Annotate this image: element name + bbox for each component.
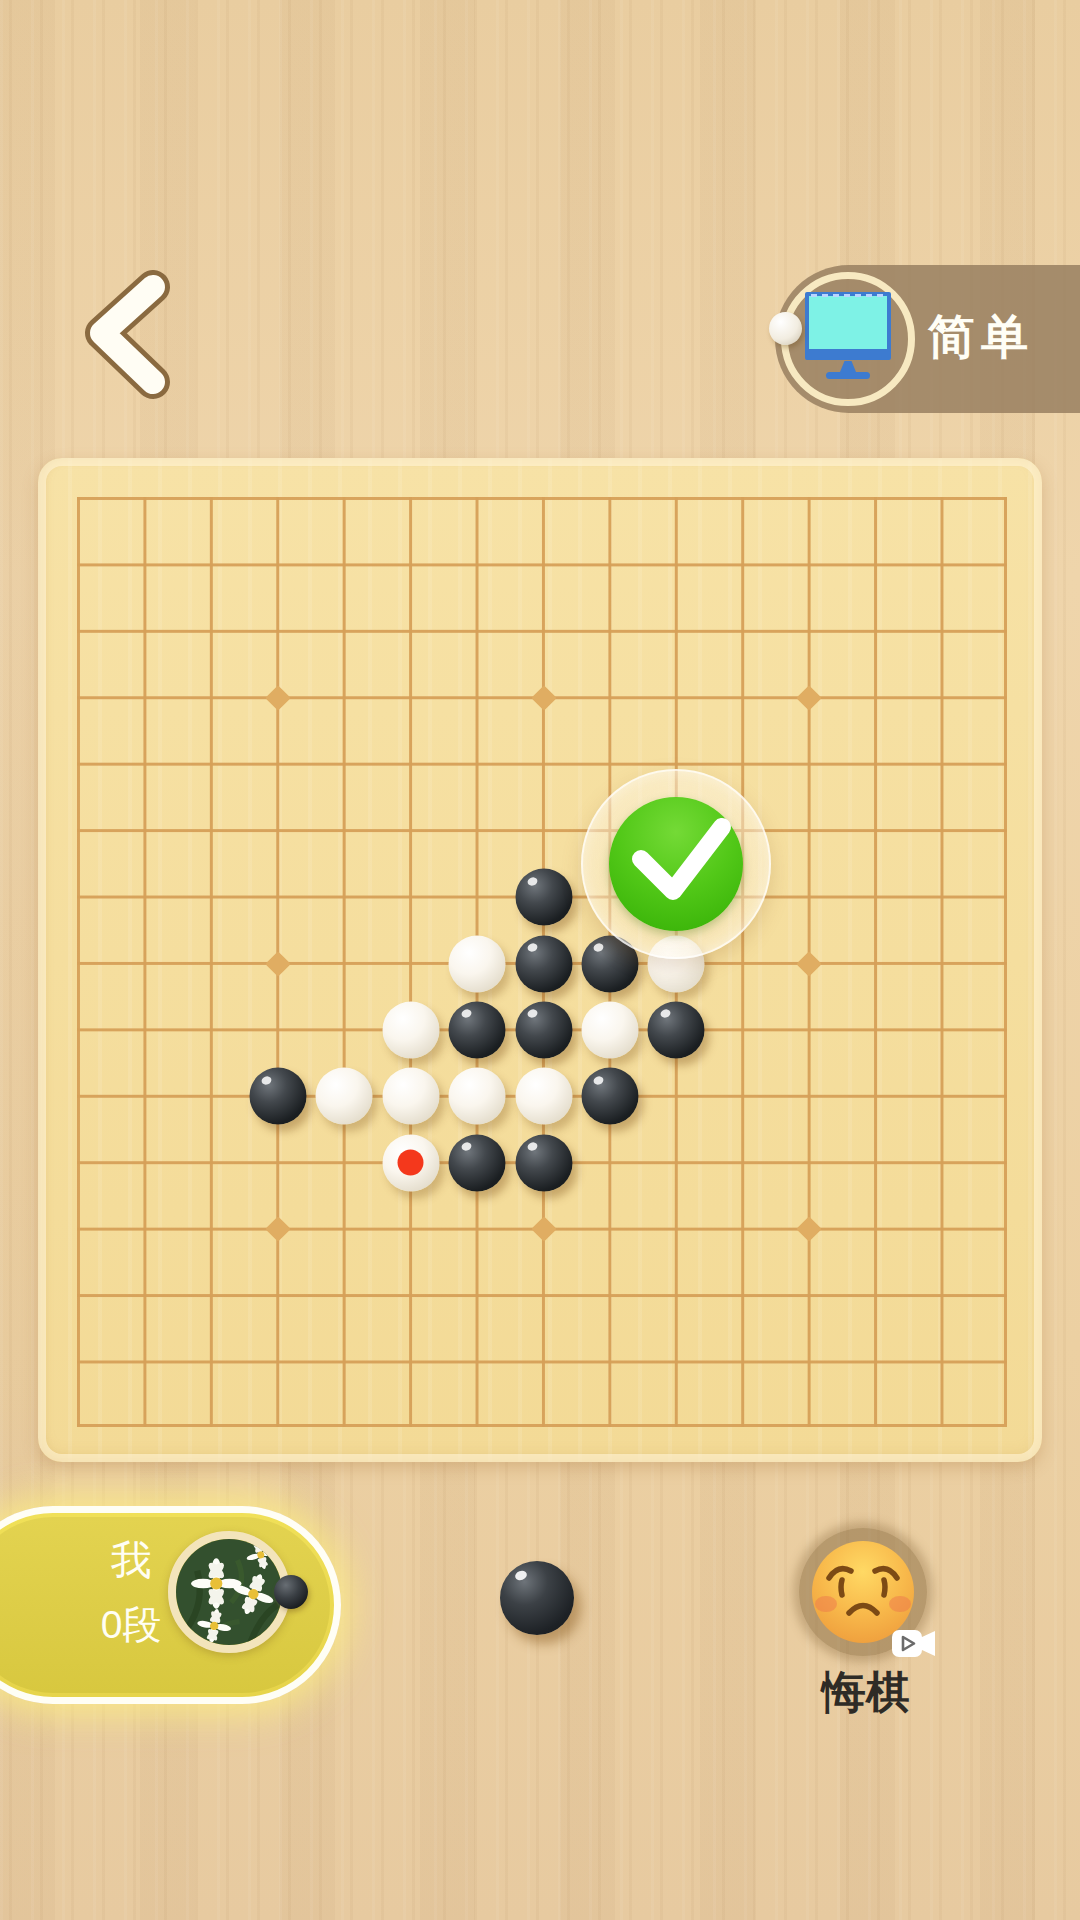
stone-white: [449, 935, 506, 992]
stone-black: [648, 1001, 705, 1058]
stone-white: [581, 1001, 638, 1058]
daisy-photo: [176, 1539, 282, 1645]
gomoku-game-screen: 简单 我 0段: [0, 0, 1080, 1920]
star-point: [265, 951, 290, 976]
stone-black: [249, 1068, 306, 1125]
stone-black: [515, 1134, 572, 1191]
stone-black: [515, 935, 572, 992]
star-point: [796, 685, 821, 710]
stone-black: [515, 1001, 572, 1058]
stone-white: [316, 1068, 373, 1125]
player-rank: 0段: [76, 1604, 186, 1647]
confirm-move-button[interactable]: [609, 797, 743, 931]
star-point: [265, 1216, 290, 1241]
last-move-marker: [398, 1150, 424, 1176]
board-grid[interactable]: [77, 497, 1007, 1427]
star-point: [531, 685, 556, 710]
computer-monitor-icon: [805, 292, 891, 382]
stone-black: [515, 869, 572, 926]
stone-black: [449, 1134, 506, 1191]
difficulty-label: 简单: [928, 309, 1058, 365]
star-point: [796, 951, 821, 976]
back-button[interactable]: [80, 270, 180, 400]
stone-white: [382, 1001, 439, 1058]
undo-label: 悔棋: [790, 1668, 942, 1716]
gomoku-board: [38, 458, 1042, 1462]
stone-white: [382, 1134, 439, 1191]
stone-white: [449, 1068, 506, 1125]
star-point: [531, 1216, 556, 1241]
opponent-ring: [781, 272, 915, 406]
undo-button[interactable]: [799, 1528, 927, 1656]
stone-white: [382, 1068, 439, 1125]
opponent-white-stone-icon: [769, 312, 802, 345]
stone-black: [581, 1068, 638, 1125]
turn-indicator-black-stone: [500, 1561, 574, 1635]
chevron-left-icon: [80, 270, 180, 400]
player-black-stone-icon: [274, 1575, 308, 1609]
stone-black: [449, 1001, 506, 1058]
star-point: [796, 1216, 821, 1241]
player-avatar: [168, 1531, 290, 1653]
video-camera-icon: [891, 1626, 937, 1662]
player-name: 我: [86, 1538, 176, 1583]
star-point: [265, 685, 290, 710]
stone-white: [515, 1068, 572, 1125]
checkmark-icon: [609, 797, 743, 931]
move-confirm-bubble: [581, 769, 771, 959]
